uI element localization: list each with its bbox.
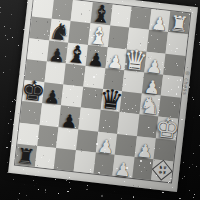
- black-queen-e4[interactable]: ♛: [98, 85, 125, 115]
- black-rook-h8[interactable]: ♜: [15, 146, 36, 169]
- square-f1[interactable]: ♚: [156, 117, 178, 140]
- square-a3[interactable]: [129, 7, 151, 30]
- square-a1[interactable]: ♜: [168, 11, 190, 34]
- square-h7[interactable]: [34, 146, 56, 169]
- square-e7[interactable]: ♟: [42, 82, 64, 105]
- white-king-f1[interactable]: ♚: [154, 113, 181, 143]
- square-h6[interactable]: [54, 148, 76, 171]
- square-c1[interactable]: [164, 53, 186, 76]
- square-a4[interactable]: [110, 4, 132, 27]
- square-b5[interactable]: ♝: [88, 23, 110, 46]
- square-a2[interactable]: ♟: [149, 9, 171, 32]
- black-pawn-f6[interactable]: ♟: [60, 111, 78, 131]
- black-pawn-e7[interactable]: ♟: [43, 88, 61, 108]
- square-g5[interactable]: [76, 129, 98, 152]
- square-g3[interactable]: [115, 133, 137, 156]
- white-rook-a1[interactable]: ♜: [168, 13, 189, 36]
- square-h5[interactable]: [73, 150, 95, 173]
- square-f6[interactable]: ♟: [59, 106, 81, 129]
- square-e8[interactable]: ♚: [22, 80, 44, 103]
- square-h1[interactable]: ♞♛♚♜: [151, 159, 173, 182]
- square-g4[interactable]: ♟: [95, 131, 117, 154]
- black-pawn-c5[interactable]: ♟: [87, 50, 105, 70]
- square-c3[interactable]: ♛: [125, 49, 147, 72]
- square-d1[interactable]: [161, 75, 183, 98]
- white-pawn-g4[interactable]: ♟: [97, 137, 115, 157]
- square-e4[interactable]: ♛: [100, 89, 122, 112]
- square-g7[interactable]: [37, 125, 59, 148]
- square-c2[interactable]: ♟: [144, 51, 166, 74]
- square-c6[interactable]: ♝: [66, 42, 88, 65]
- chess-mat: ♝♟♜♞♝♟♝♟♟♛♟♟♚♟♛♞♟♚♟♟♜♟♞♛♚♜ ◎ chess: [8, 0, 198, 192]
- white-bishop-b5[interactable]: ♝: [87, 23, 111, 49]
- black-bishop-c6[interactable]: ♝: [65, 41, 89, 67]
- brand-logo-glyphs: ♞♛♚♜: [156, 165, 170, 176]
- white-pawn-a2[interactable]: ♟: [150, 14, 168, 34]
- board-photo: ♝♟♜♞♝♟♝♟♟♛♟♟♚♟♛♞♟♚♟♟♜♟♞♛♚♜ ◎ chess: [0, 0, 200, 200]
- square-h8[interactable]: ♜: [15, 143, 37, 166]
- chess-board[interactable]: ♝♟♜♞♝♟♝♟♟♛♟♟♚♟♛♞♟♚♟♟♜♟♞♛♚♜: [15, 0, 190, 182]
- white-pawn-h3[interactable]: ♟: [114, 160, 132, 180]
- brand-logo-diamond: ♞♛♚♜: [152, 160, 173, 181]
- square-g8[interactable]: [17, 122, 39, 145]
- square-e6[interactable]: [61, 85, 83, 108]
- square-h3[interactable]: ♟: [112, 155, 134, 178]
- black-pawn-c7[interactable]: ♟: [48, 45, 66, 65]
- white-pawn-g2[interactable]: ♟: [136, 141, 154, 161]
- white-pawn-c2[interactable]: ♟: [146, 57, 164, 77]
- square-c8[interactable]: [27, 38, 49, 61]
